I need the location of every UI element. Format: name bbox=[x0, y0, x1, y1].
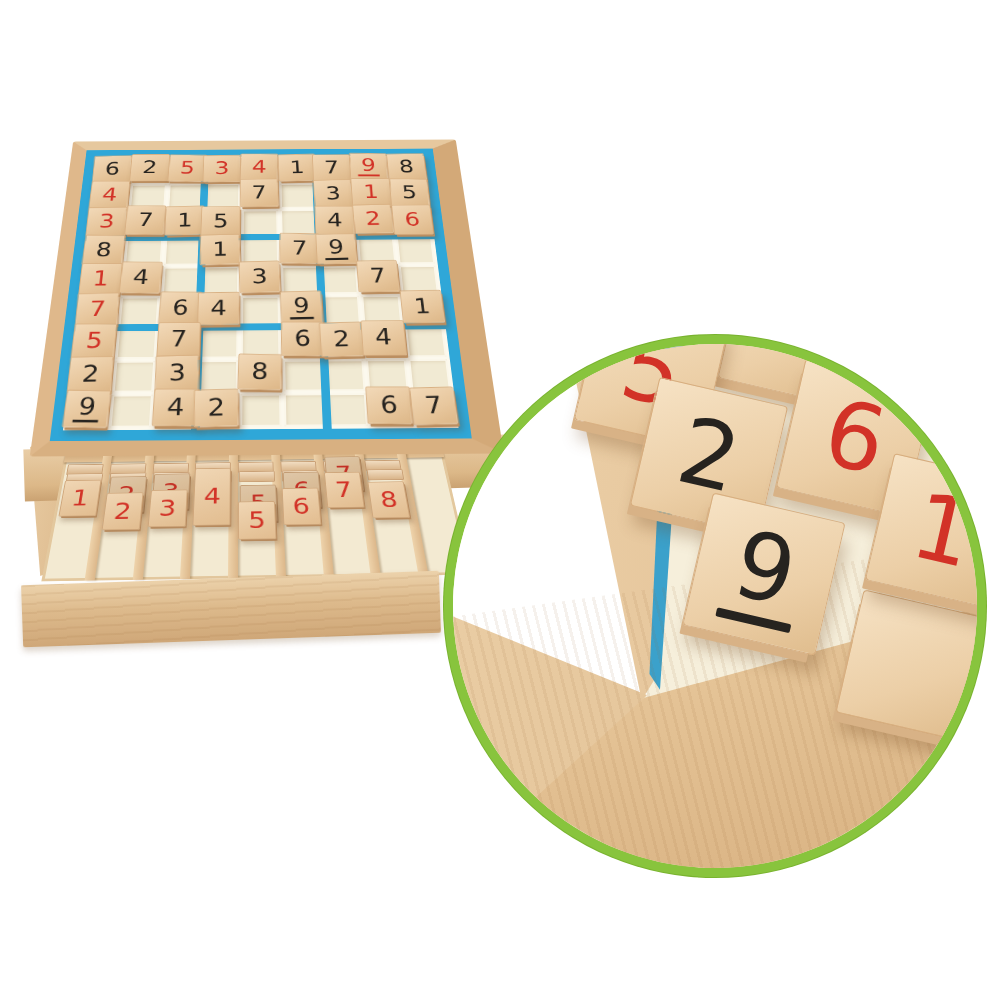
board-cell: 1 bbox=[402, 295, 443, 324]
number-tile-5-black: 5 bbox=[389, 179, 430, 208]
number-tile-2-black: 2 bbox=[130, 154, 170, 181]
sudoku-board: 6253417984731537154268179143776491576242… bbox=[30, 140, 504, 457]
number-tile-1-black: 1 bbox=[164, 206, 204, 236]
tile-digit: 7 bbox=[324, 159, 340, 176]
board-cell: 3 bbox=[206, 159, 241, 183]
tile-digit: 7 bbox=[170, 329, 188, 351]
tile-digit: 1 bbox=[177, 211, 193, 230]
tile-digit: 3 bbox=[98, 213, 115, 232]
tile-storage-drawer: 1223345566778 bbox=[41, 447, 471, 581]
number-tile-4-black: 4 bbox=[151, 388, 198, 426]
number-tile-1-red: 1 bbox=[351, 178, 392, 206]
board-cell: 5 bbox=[74, 328, 116, 358]
drawer-tile-7: 7 bbox=[324, 472, 365, 508]
blank-tile bbox=[835, 589, 986, 740]
number-tile-4-black: 4 bbox=[197, 292, 240, 326]
nine-underline bbox=[326, 257, 349, 259]
board-cell: 8 bbox=[241, 360, 281, 392]
product-photo-scene: 6253417984731537154268179143776491576242… bbox=[0, 0, 1002, 1002]
number-tile-3-black: 3 bbox=[313, 179, 354, 208]
drawer-tile-8: 8 bbox=[368, 481, 411, 518]
tile-digit: 9 bbox=[328, 237, 345, 257]
board-cell: 7 bbox=[78, 297, 119, 326]
board-cell bbox=[322, 296, 361, 325]
board-cell: 7 bbox=[315, 158, 350, 182]
drawer-tile-3: 3 bbox=[147, 490, 187, 528]
number-tile-6-black: 6 bbox=[92, 155, 132, 183]
tile-digit: 6 bbox=[380, 393, 399, 417]
board-cell bbox=[113, 361, 155, 393]
tile-digit: 2 bbox=[81, 362, 100, 385]
tile-digit: 9 bbox=[361, 157, 377, 174]
number-tile-7-red: 7 bbox=[75, 292, 120, 326]
tile-digit: 1 bbox=[904, 480, 982, 583]
detail-inset-circle: 52691 bbox=[444, 335, 986, 877]
board-cell: 2 bbox=[132, 159, 168, 183]
wood-grain bbox=[21, 571, 441, 648]
board-cell: 5 bbox=[204, 211, 240, 237]
number-tile-3-red: 3 bbox=[85, 207, 127, 237]
tile-digit: 7 bbox=[423, 393, 444, 417]
number-tile-5-red: 5 bbox=[167, 154, 207, 182]
board-cell: 7 bbox=[242, 184, 277, 209]
tile-digit: 3 bbox=[325, 185, 342, 203]
board-cell bbox=[241, 394, 282, 427]
tile-digit: 1 bbox=[363, 183, 379, 201]
number-tile-7-black: 7 bbox=[312, 154, 352, 181]
board-cell: 2 bbox=[197, 394, 238, 427]
number-tile-9-black: 9 bbox=[279, 291, 323, 325]
inset-tile-9-black: 9 bbox=[682, 492, 845, 655]
board-cell bbox=[280, 210, 316, 236]
board-cell: 7 bbox=[360, 266, 399, 294]
board-cell: 6 bbox=[369, 393, 412, 426]
board-cell: 4 bbox=[92, 185, 129, 210]
drawer-tile-2: 2 bbox=[101, 492, 143, 530]
board-cell: 2 bbox=[70, 361, 113, 393]
stacked-tile-edge bbox=[239, 471, 275, 482]
board-cell: 4 bbox=[318, 210, 355, 236]
board-cell bbox=[116, 328, 157, 358]
nine-underline bbox=[73, 419, 98, 422]
board-cell bbox=[396, 237, 435, 264]
number-tile-2-red: 2 bbox=[352, 204, 395, 234]
board-cell: 3 bbox=[242, 266, 279, 294]
tile-digit: 8 bbox=[398, 158, 415, 175]
board-cell bbox=[320, 266, 359, 294]
tile-digit: 7 bbox=[369, 266, 387, 286]
tile-digit: 2 bbox=[332, 328, 350, 350]
drawer-front-panel bbox=[21, 571, 441, 648]
number-tile-9-black: 9 bbox=[315, 233, 358, 264]
board-cell: 9 bbox=[319, 237, 357, 264]
board-cell: 4 bbox=[122, 267, 161, 295]
board-cell: 4 bbox=[364, 327, 405, 357]
tile-digit: 1 bbox=[92, 269, 110, 289]
board-cell: 3 bbox=[156, 360, 197, 392]
tile-digit: 5 bbox=[213, 212, 229, 231]
tile-digit: 6 bbox=[404, 210, 421, 229]
tile-digit: 1 bbox=[413, 296, 432, 317]
number-tile-8-black: 8 bbox=[81, 234, 126, 265]
board-cell: 2 bbox=[355, 210, 393, 236]
board-cell bbox=[283, 360, 323, 392]
board-cell: 5 bbox=[169, 159, 204, 183]
board-cell bbox=[198, 360, 238, 392]
tile-digit: 2 bbox=[142, 159, 158, 176]
tile-digit: 5 bbox=[179, 159, 195, 176]
tile-digit: 4 bbox=[101, 186, 118, 204]
tile-digit: 6 bbox=[171, 298, 189, 319]
number-tile-7-black: 7 bbox=[408, 386, 458, 425]
tile-digit: 2 bbox=[208, 396, 225, 420]
nine-underline bbox=[290, 317, 314, 320]
board-cell: 6 bbox=[393, 210, 431, 236]
tile-digit: 5 bbox=[85, 330, 104, 352]
number-tile-6-red: 6 bbox=[391, 205, 434, 235]
drawer-tile-5: 5 bbox=[238, 501, 277, 540]
board-cell bbox=[325, 359, 366, 391]
board-cell bbox=[164, 238, 202, 265]
board-cell: 7 bbox=[127, 211, 164, 237]
board-cell: 6 bbox=[160, 297, 199, 326]
nine-underline bbox=[359, 174, 380, 176]
board-cell bbox=[405, 326, 447, 356]
tile-digit: 4 bbox=[210, 298, 226, 319]
number-tile-4-black: 4 bbox=[314, 206, 355, 236]
board-cell: 6 bbox=[95, 159, 132, 183]
board-cell: 1 bbox=[203, 238, 240, 265]
number-tile-8-black: 8 bbox=[386, 153, 428, 181]
tile-digit: 3 bbox=[215, 160, 230, 177]
tile-digit: 7 bbox=[252, 184, 267, 202]
number-tile-2-black: 2 bbox=[194, 388, 240, 427]
tile-digit: 9 bbox=[292, 295, 309, 316]
number-tile-4-red: 4 bbox=[88, 181, 130, 209]
number-tile-1-red: 1 bbox=[78, 263, 123, 295]
number-tile-1-black: 1 bbox=[277, 154, 317, 182]
number-tile-6-black: 6 bbox=[158, 291, 203, 325]
number-tile-8-black: 8 bbox=[238, 353, 283, 390]
tile-digit: 1 bbox=[212, 239, 228, 259]
tile-digit: 4 bbox=[374, 327, 392, 349]
tile-digit: 7 bbox=[89, 299, 107, 320]
inset-tiles: 52691 bbox=[453, 344, 977, 868]
stacked-tile-edge bbox=[367, 469, 405, 480]
tile-digit: 7 bbox=[291, 238, 307, 258]
number-tile-5-red: 5 bbox=[70, 324, 117, 359]
number-tile-7-black: 7 bbox=[240, 179, 279, 208]
number-tile-3-black: 3 bbox=[154, 354, 199, 391]
tile-digit: 3 bbox=[252, 266, 269, 287]
tile-digit: 1 bbox=[289, 159, 305, 177]
number-tile-9-red: 9 bbox=[349, 153, 389, 181]
board-cell: 8 bbox=[85, 239, 124, 266]
tile-digit: 2 bbox=[670, 405, 748, 508]
board-cell bbox=[408, 359, 451, 391]
number-tile-1-black: 1 bbox=[399, 290, 445, 324]
tile-digit: 6 bbox=[816, 387, 894, 490]
tile-digit: 4 bbox=[252, 159, 267, 176]
board-cell: 2 bbox=[323, 327, 363, 357]
drawer-tile-6: 6 bbox=[282, 488, 322, 525]
number-tile-1-black: 1 bbox=[200, 234, 241, 266]
number-tile-2-black: 2 bbox=[319, 322, 365, 358]
sudoku-grid: 6253417984731537154268179143776491576242… bbox=[63, 156, 459, 431]
board-play-field: 6253417984731537154268179143776491576242… bbox=[50, 149, 472, 442]
number-tile-4-red: 4 bbox=[240, 154, 279, 181]
board-cell bbox=[326, 393, 368, 426]
board-cell: 4 bbox=[153, 394, 195, 427]
number-tile-3-black: 3 bbox=[239, 260, 281, 293]
tile-digit: 9 bbox=[77, 395, 97, 419]
board-cell: 1 bbox=[165, 211, 202, 237]
number-tile-5-black: 5 bbox=[200, 207, 240, 237]
number-tile-4-black: 4 bbox=[361, 321, 407, 356]
drawer-tile-1: 1 bbox=[58, 480, 101, 517]
board-cell bbox=[199, 328, 238, 358]
tile-digit: 4 bbox=[166, 395, 185, 419]
board-cell bbox=[280, 184, 316, 209]
board-cell bbox=[119, 297, 159, 326]
board-cell: 7 bbox=[411, 393, 455, 426]
tile-digit: 6 bbox=[104, 160, 120, 178]
board-cell: 7 bbox=[158, 328, 198, 358]
board-cell: 1 bbox=[82, 267, 122, 295]
board-cell: 3 bbox=[317, 183, 353, 208]
board-cell bbox=[110, 394, 153, 427]
board-cell bbox=[284, 393, 325, 426]
tile-digit: 6 bbox=[294, 328, 311, 350]
tile-digit: 3 bbox=[168, 361, 185, 384]
board-cell: 3 bbox=[89, 211, 127, 237]
drawer-tile-4: 4 bbox=[193, 468, 231, 526]
tile-digit: 2 bbox=[365, 210, 382, 229]
board-cell bbox=[241, 296, 279, 325]
tile-digit: 4 bbox=[132, 267, 150, 287]
number-tile-3-red: 3 bbox=[203, 155, 242, 183]
board-cell bbox=[242, 210, 278, 236]
board-wood-frame: 6253417984731537154268179143776491576242… bbox=[30, 140, 504, 457]
board-cell: 6 bbox=[282, 327, 321, 357]
tile-digit: 8 bbox=[95, 240, 113, 260]
number-tile-6-black: 6 bbox=[281, 322, 325, 357]
tile-digit: 4 bbox=[327, 211, 343, 230]
board-cell bbox=[202, 267, 240, 295]
number-tile-2-black: 2 bbox=[67, 356, 114, 393]
number-tile-7-black: 7 bbox=[156, 322, 201, 357]
tile-digit: 8 bbox=[251, 360, 268, 383]
tile-digit: 7 bbox=[137, 211, 154, 230]
tile-digit: 5 bbox=[401, 184, 417, 202]
board-cell: 9 bbox=[66, 395, 110, 428]
board-cell: 1 bbox=[279, 158, 314, 182]
number-tile-6-black: 6 bbox=[366, 386, 414, 424]
tile-digit: 9 bbox=[726, 517, 804, 620]
board-cell: 4 bbox=[201, 297, 239, 326]
number-tile-7-black: 7 bbox=[124, 206, 166, 236]
number-tile-7-black: 7 bbox=[279, 233, 320, 264]
number-tile-7-black: 7 bbox=[356, 260, 400, 292]
board-cell bbox=[205, 184, 240, 209]
number-tile-4-black: 4 bbox=[119, 261, 164, 293]
number-tile-9-black: 9 bbox=[62, 389, 112, 428]
board-cell: 7 bbox=[281, 238, 318, 265]
